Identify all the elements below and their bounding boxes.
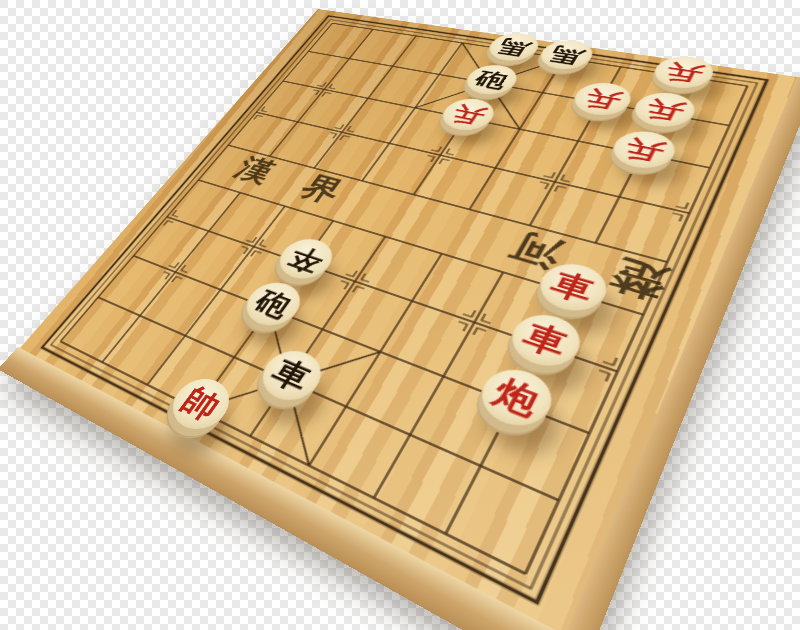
piece-glyph: 卒 [283,243,328,276]
piece-glyph: 砲 [250,286,296,321]
board-scene: 漢界 楚河 馬馬兵砲兵兵兵兵車卒車砲炮車帥 [0,0,800,630]
piece-glyph: 兵 [641,96,687,123]
piece-glyph: 兵 [620,135,668,164]
piece-glyph: 車 [267,355,317,396]
piece-glyph: 兵 [447,102,489,127]
piece-glyph: 馬 [494,37,534,58]
piece-glyph: 兵 [580,86,624,111]
piece-glyph: 帥 [176,383,225,425]
xiangqi-board: 漢界 楚河 馬馬兵砲兵兵兵兵車卒車砲炮車帥 [20,9,797,630]
piece-glyph: 砲 [471,68,512,91]
piece-glyph: 炮 [488,374,545,421]
piece-glyph: 馬 [546,44,587,66]
piece-glyph: 車 [547,268,600,307]
piece-glyph: 兵 [661,60,706,84]
transparency-checker-background: 漢界 楚河 馬馬兵砲兵兵兵兵車卒車砲炮車帥 [0,0,800,630]
piece-glyph: 車 [518,319,573,361]
